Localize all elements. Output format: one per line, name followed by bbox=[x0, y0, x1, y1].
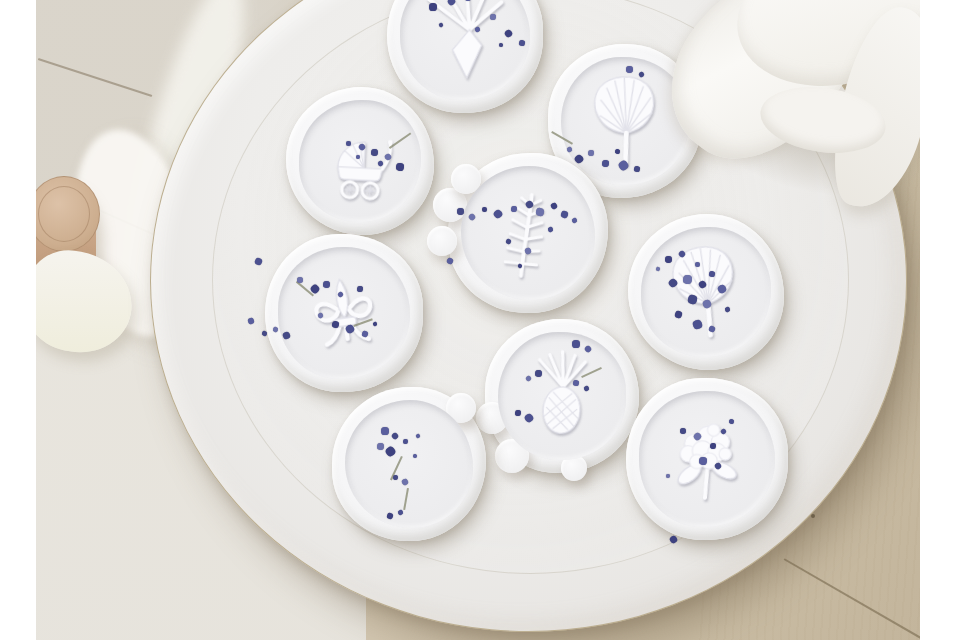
dried-blue-flower bbox=[272, 326, 278, 332]
dried-blue-flower bbox=[682, 274, 692, 284]
wax-seal-fleur-de-lis bbox=[265, 234, 423, 392]
wooden-spool-ring bbox=[38, 186, 90, 242]
wax-seal-baby-pram bbox=[286, 87, 434, 235]
dried-blue-flower bbox=[614, 148, 620, 154]
dried-blue-flower bbox=[728, 418, 734, 424]
wax-seal-hydrangea bbox=[626, 378, 788, 540]
dried-blue-flower bbox=[572, 340, 580, 348]
dried-blue-flower bbox=[534, 369, 541, 376]
wax-seal-pineapple bbox=[485, 319, 639, 473]
dried-blue-flower bbox=[710, 443, 716, 449]
dried-blue-flower bbox=[381, 427, 389, 435]
wax-seal-plain-sprig bbox=[332, 387, 486, 541]
dried-blue-flower bbox=[505, 238, 511, 244]
monstera-motif-icon bbox=[649, 235, 763, 349]
dried-blue-flower bbox=[680, 428, 686, 434]
speck bbox=[811, 514, 815, 518]
dried-blue-flower bbox=[560, 210, 569, 219]
monstera-motif-icon bbox=[573, 69, 677, 173]
photograph bbox=[36, 0, 920, 640]
dried-blue-flower bbox=[370, 148, 377, 155]
dried-blue-flower bbox=[346, 141, 351, 146]
dried-blue-flower bbox=[429, 3, 437, 11]
pineapple-motif-icon bbox=[510, 344, 614, 448]
wax-blob bbox=[427, 226, 457, 256]
dried-blue-flower bbox=[601, 159, 609, 167]
wax-seal-leafy-branch bbox=[628, 214, 784, 370]
dried-blue-flower bbox=[402, 438, 408, 444]
seal-stamped-center bbox=[345, 400, 473, 528]
dried-blue-flower bbox=[322, 280, 329, 287]
dried-blue-flower bbox=[376, 442, 383, 449]
dried-blue-flower bbox=[694, 261, 699, 266]
dried-blue-flower bbox=[481, 206, 486, 211]
dried-blue-flower bbox=[547, 226, 553, 232]
dried-blue-flower bbox=[297, 277, 303, 283]
dried-blue-flower bbox=[626, 66, 633, 73]
dried-blue-flower bbox=[724, 306, 730, 312]
dried-blue-flower bbox=[457, 208, 464, 215]
dried-blue-flower bbox=[665, 256, 672, 263]
fern-motif-icon bbox=[476, 181, 580, 285]
dried-blue-flower bbox=[588, 150, 594, 156]
dried-blue-flower bbox=[392, 474, 398, 480]
photo-frame bbox=[0, 0, 960, 640]
wax-seal-fern bbox=[448, 153, 608, 313]
dried-blue-flower bbox=[331, 320, 339, 328]
pram-motif-icon bbox=[311, 112, 409, 210]
fleur-motif-icon bbox=[288, 257, 401, 370]
